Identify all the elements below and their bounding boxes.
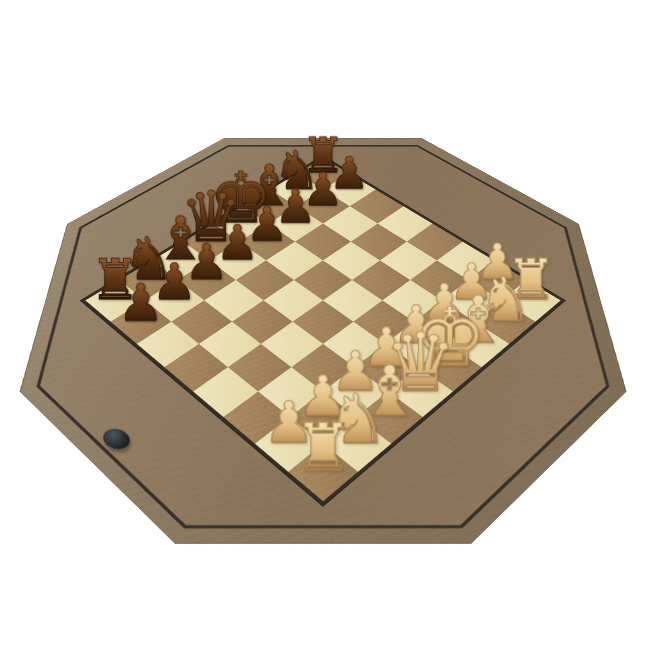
- chess-box: ♜♞♝♛♚♝♞♜♟♟♟♟♟♟♟♟♟♟♟♟♟♟♟♟♜♞♝♛♚♝♞♜: [0, 84, 645, 645]
- rook-glyph: ♜: [293, 414, 352, 480]
- product-photo-scene: ♜♞♝♛♚♝♞♜♟♟♟♟♟♟♟♟♟♟♟♟♟♟♟♟♜♞♝♛♚♝♞♜: [0, 0, 645, 645]
- pawn-glyph: ♟: [117, 277, 163, 328]
